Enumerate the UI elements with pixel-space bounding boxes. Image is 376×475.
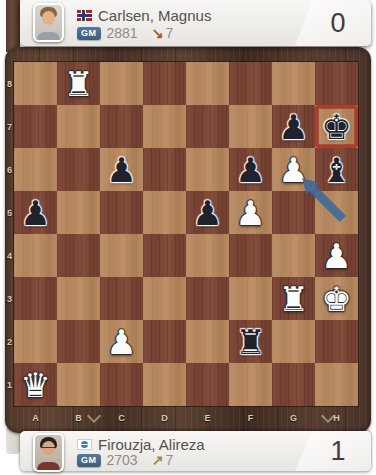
- square-g1[interactable]: [272, 363, 315, 406]
- rating-delta-value-bottom: 7: [165, 452, 173, 468]
- square-h5[interactable]: [315, 191, 358, 234]
- file-label-e: E: [186, 406, 229, 430]
- player-photo-top: [33, 3, 64, 42]
- square-f3[interactable]: [229, 277, 272, 320]
- rank-label-2: 2: [5, 320, 14, 363]
- square-h2[interactable]: [315, 320, 358, 363]
- square-e7[interactable]: [186, 105, 229, 148]
- square-e1[interactable]: [186, 363, 229, 406]
- square-c4[interactable]: [100, 234, 143, 277]
- piece-white-pawn-h4[interactable]: ♟: [315, 234, 358, 277]
- player-name-top: Carlsen, Magnus: [98, 7, 211, 24]
- square-g2[interactable]: [272, 320, 315, 363]
- square-b5[interactable]: [57, 191, 100, 234]
- square-d5[interactable]: [143, 191, 186, 234]
- title-badge-top: GM: [77, 27, 101, 40]
- square-d7[interactable]: [143, 105, 186, 148]
- player-bar-bottom: Firouzja, Alireza GM 2703 ↗ 7 1: [20, 431, 371, 471]
- square-b4[interactable]: [57, 234, 100, 277]
- square-f6[interactable]: ♟: [229, 148, 272, 191]
- piece-black-pawn-a5[interactable]: ♟: [14, 191, 57, 234]
- square-h8[interactable]: [315, 62, 358, 105]
- rank-label-5: 5: [5, 191, 14, 234]
- score-bottom: 1: [295, 431, 371, 471]
- norway-flag-icon: [77, 10, 92, 21]
- square-g7[interactable]: ♟: [272, 105, 315, 148]
- piece-black-pawn-c6[interactable]: ♟: [100, 148, 143, 191]
- square-c6[interactable]: ♟: [100, 148, 143, 191]
- avatar-glasses: [42, 447, 55, 451]
- piece-black-bishop-h6[interactable]: ♝: [315, 148, 358, 191]
- piece-white-pawn-c2[interactable]: ♟: [100, 320, 143, 363]
- avatar-shirt: [37, 32, 60, 42]
- piece-black-rook-f2[interactable]: ♜: [229, 320, 272, 363]
- file-label-a: A: [14, 406, 57, 430]
- fide-flag-icon: [77, 439, 92, 450]
- square-a5[interactable]: ♟: [14, 191, 57, 234]
- file-label-h: H: [315, 406, 358, 430]
- rank-label-4: 4: [5, 234, 14, 277]
- file-labels: ABCDEFGH: [14, 406, 358, 430]
- title-badge-bottom: GM: [77, 454, 101, 467]
- square-a1[interactable]: ♛: [14, 363, 57, 406]
- score-panel-bottom: 1: [295, 431, 371, 471]
- square-c5[interactable]: [100, 191, 143, 234]
- square-e5[interactable]: ♟: [186, 191, 229, 234]
- square-b6[interactable]: [57, 148, 100, 191]
- square-g6[interactable]: ♟: [272, 148, 315, 191]
- square-f8[interactable]: [229, 62, 272, 105]
- score-panel-top: 0: [295, 0, 371, 46]
- piece-white-pawn-f5[interactable]: ♟: [229, 191, 272, 234]
- square-f5[interactable]: ♟: [229, 191, 272, 234]
- square-a2[interactable]: [14, 320, 57, 363]
- square-c3[interactable]: [100, 277, 143, 320]
- square-d6[interactable]: [143, 148, 186, 191]
- square-b2[interactable]: [57, 320, 100, 363]
- piece-black-king-h7[interactable]: ♚: [315, 105, 358, 148]
- player-bar-top: Carlsen, Magnus GM 2881 ↘ 7 0: [20, 0, 371, 46]
- player-name-bottom: Firouzja, Alireza: [98, 436, 205, 453]
- avatar-shirt: [37, 462, 60, 472]
- rank-label-7: 7: [5, 105, 14, 148]
- square-h7[interactable]: ♚: [315, 105, 358, 148]
- square-c2[interactable]: ♟: [100, 320, 143, 363]
- rating-delta-value-top: 7: [165, 25, 173, 41]
- square-g3[interactable]: ♜: [272, 277, 315, 320]
- square-f4[interactable]: [229, 234, 272, 277]
- file-label-f: F: [229, 406, 272, 430]
- square-e2[interactable]: [186, 320, 229, 363]
- rank-label-3: 3: [5, 277, 14, 320]
- player-photo-bottom: [33, 433, 64, 472]
- piece-white-pawn-g6[interactable]: ♟: [272, 148, 315, 191]
- chess-board-widget: Carlsen, Magnus GM 2881 ↘ 7 0 ♜♟♚♟♟♟♝♟♟♟…: [0, 0, 376, 475]
- square-f7[interactable]: [229, 105, 272, 148]
- square-h4[interactable]: ♟: [315, 234, 358, 277]
- square-b7[interactable]: [57, 105, 100, 148]
- square-d3[interactable]: [143, 277, 186, 320]
- square-a3[interactable]: [14, 277, 57, 320]
- avatar-face: [42, 11, 55, 25]
- square-a8[interactable]: [14, 62, 57, 105]
- square-b1[interactable]: [57, 363, 100, 406]
- score-top: 0: [295, 0, 371, 46]
- square-d8[interactable]: [143, 62, 186, 105]
- rating-top: 2881: [107, 25, 138, 41]
- square-a7[interactable]: [14, 105, 57, 148]
- square-f1[interactable]: [229, 363, 272, 406]
- square-h6[interactable]: ♝: [315, 148, 358, 191]
- file-label-c: C: [100, 406, 143, 430]
- piece-black-pawn-f6[interactable]: ♟: [229, 148, 272, 191]
- board-squares: ♜♟♚♟♟♟♝♟♟♟♟♜♚♟♜♛: [14, 62, 358, 406]
- piece-white-rook-b8[interactable]: ♜: [57, 62, 100, 105]
- rating-bottom: 2703: [107, 452, 138, 468]
- square-a4[interactable]: [14, 234, 57, 277]
- square-e8[interactable]: [186, 62, 229, 105]
- file-label-d: D: [143, 406, 186, 430]
- square-h1[interactable]: [315, 363, 358, 406]
- piece-black-pawn-g7[interactable]: ♟: [272, 105, 315, 148]
- square-g8[interactable]: [272, 62, 315, 105]
- file-label-g: G: [272, 406, 315, 430]
- square-c1[interactable]: [100, 363, 143, 406]
- square-b3[interactable]: [57, 277, 100, 320]
- rank-label-1: 1: [5, 363, 14, 406]
- square-g5[interactable]: [272, 191, 315, 234]
- square-e4[interactable]: [186, 234, 229, 277]
- rank-label-8: 8: [5, 62, 14, 105]
- piece-white-queen-a1[interactable]: ♛: [14, 363, 57, 406]
- square-d2[interactable]: [143, 320, 186, 363]
- rating-delta-up-icon: ↗: [152, 452, 164, 468]
- rank-label-6: 6: [5, 148, 14, 191]
- square-d1[interactable]: [143, 363, 186, 406]
- square-h3[interactable]: ♚: [315, 277, 358, 320]
- square-g4[interactable]: [272, 234, 315, 277]
- board-frame: ♜♟♚♟♟♟♝♟♟♟♟♜♚♟♜♛ 87654321 ABCDEFGH: [5, 47, 371, 433]
- square-f2[interactable]: ♜: [229, 320, 272, 363]
- rating-delta-down-icon: ↘: [152, 25, 164, 41]
- square-b8[interactable]: ♜: [57, 62, 100, 105]
- square-e6[interactable]: [186, 148, 229, 191]
- piece-white-rook-g3[interactable]: ♜: [272, 277, 315, 320]
- square-a6[interactable]: [14, 148, 57, 191]
- square-c8[interactable]: [100, 62, 143, 105]
- square-e3[interactable]: [186, 277, 229, 320]
- board-frame-stub-top: [6, 0, 20, 52]
- square-c7[interactable]: [100, 105, 143, 148]
- piece-white-king-h3[interactable]: ♚: [315, 277, 358, 320]
- piece-black-pawn-e5[interactable]: ♟: [186, 191, 229, 234]
- square-d4[interactable]: [143, 234, 186, 277]
